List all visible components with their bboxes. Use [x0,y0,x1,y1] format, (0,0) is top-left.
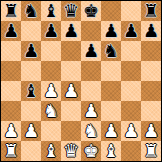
square-f4[interactable] [101,81,121,101]
square-b3[interactable] [21,101,41,121]
square-h5[interactable] [141,61,161,81]
square-c5[interactable] [41,61,61,81]
square-d1[interactable]: ♛ [61,141,81,161]
square-a4[interactable] [1,81,21,101]
square-a6[interactable] [1,41,21,61]
black-pawn-a7[interactable]: ♟ [3,21,19,41]
square-b6[interactable]: ♟ [21,41,41,61]
square-h3[interactable] [141,101,161,121]
square-a5[interactable] [1,61,21,81]
square-d6[interactable] [61,41,81,61]
square-e7[interactable] [81,21,101,41]
white-pawn-c4[interactable]: ♟ [43,81,59,101]
square-c1[interactable]: ♝ [41,141,61,161]
square-e2[interactable]: ♞ [81,121,101,141]
white-pawn-g2[interactable]: ♟ [123,121,139,141]
square-f5[interactable] [101,61,121,81]
black-bishop-b4[interactable]: ♝ [23,81,39,101]
square-d3[interactable] [61,101,81,121]
square-f7[interactable]: ♟ [101,21,121,41]
square-e3[interactable]: ♟ [81,101,101,121]
square-h1[interactable]: ♜ [141,141,161,161]
square-f3[interactable] [101,101,121,121]
square-f2[interactable]: ♟ [101,121,121,141]
square-g6[interactable] [121,41,141,61]
black-pawn-b6[interactable]: ♟ [23,41,39,61]
white-pawn-e3[interactable]: ♟ [83,101,99,121]
square-b2[interactable]: ♟ [21,121,41,141]
black-pawn-g7[interactable]: ♟ [123,21,139,41]
white-pawn-b2[interactable]: ♟ [23,121,39,141]
square-a7[interactable]: ♟ [1,21,21,41]
black-rook-h8[interactable]: ♜ [143,1,159,21]
square-d7[interactable]: ♟ [61,21,81,41]
black-pawn-c7[interactable]: ♟ [43,21,59,41]
square-g2[interactable]: ♟ [121,121,141,141]
white-pawn-a2[interactable]: ♟ [3,121,19,141]
square-a1[interactable]: ♜ [1,141,21,161]
square-g4[interactable] [121,81,141,101]
square-b5[interactable] [21,61,41,81]
black-bishop-c8[interactable]: ♝ [43,1,59,21]
white-king-e1[interactable]: ♚ [83,141,99,161]
square-d8[interactable]: ♛ [61,1,81,21]
square-e8[interactable]: ♚ [81,1,101,21]
square-e4[interactable] [81,81,101,101]
square-b1[interactable] [21,141,41,161]
square-f1[interactable]: ♝ [101,141,121,161]
black-rook-a8[interactable]: ♜ [3,1,19,21]
square-h6[interactable] [141,41,161,61]
black-pawn-d7[interactable]: ♟ [63,21,79,41]
black-queen-d8[interactable]: ♛ [63,1,79,21]
square-d4[interactable]: ♟ [61,81,81,101]
square-h8[interactable]: ♜ [141,1,161,21]
white-rook-h1[interactable]: ♜ [143,141,159,161]
chess-board-wrap: ♜♞♝♛♚♜♟♟♟♟♟♟♟♟♞♝♟♟♞♟♟♟♞♟♟♟♜♝♛♚♝♜ [0,0,162,162]
square-a2[interactable]: ♟ [1,121,21,141]
chess-board: ♜♞♝♛♚♜♟♟♟♟♟♟♟♟♞♝♟♟♞♟♟♟♞♟♟♟♜♝♛♚♝♜ [0,0,162,162]
square-e6[interactable]: ♟ [81,41,101,61]
square-h4[interactable] [141,81,161,101]
square-g1[interactable] [121,141,141,161]
square-c8[interactable]: ♝ [41,1,61,21]
black-pawn-e6[interactable]: ♟ [83,41,99,61]
square-d5[interactable] [61,61,81,81]
square-c4[interactable]: ♟ [41,81,61,101]
square-c6[interactable] [41,41,61,61]
white-bishop-c1[interactable]: ♝ [43,141,59,161]
square-a3[interactable] [1,101,21,121]
white-pawn-d4[interactable]: ♟ [63,81,79,101]
white-knight-c3[interactable]: ♞ [43,101,59,121]
square-b4[interactable]: ♝ [21,81,41,101]
square-d2[interactable] [61,121,81,141]
square-e5[interactable] [81,61,101,81]
black-pawn-h7[interactable]: ♟ [143,21,159,41]
black-knight-b8[interactable]: ♞ [23,1,39,21]
white-bishop-f1[interactable]: ♝ [103,141,119,161]
square-c7[interactable]: ♟ [41,21,61,41]
square-g5[interactable] [121,61,141,81]
black-knight-f6[interactable]: ♞ [103,41,119,61]
square-f6[interactable]: ♞ [101,41,121,61]
square-g8[interactable] [121,1,141,21]
square-h2[interactable]: ♟ [141,121,161,141]
square-b7[interactable] [21,21,41,41]
square-g3[interactable] [121,101,141,121]
white-rook-a1[interactable]: ♜ [3,141,19,161]
white-queen-d1[interactable]: ♛ [63,141,79,161]
black-king-e8[interactable]: ♚ [83,1,99,21]
white-pawn-h2[interactable]: ♟ [143,121,159,141]
square-e1[interactable]: ♚ [81,141,101,161]
black-pawn-f7[interactable]: ♟ [103,21,119,41]
white-pawn-f2[interactable]: ♟ [103,121,119,141]
square-c2[interactable] [41,121,61,141]
square-c3[interactable]: ♞ [41,101,61,121]
square-f8[interactable] [101,1,121,21]
square-b8[interactable]: ♞ [21,1,41,21]
white-knight-e2[interactable]: ♞ [83,121,99,141]
square-a8[interactable]: ♜ [1,1,21,21]
square-h7[interactable]: ♟ [141,21,161,41]
square-g7[interactable]: ♟ [121,21,141,41]
